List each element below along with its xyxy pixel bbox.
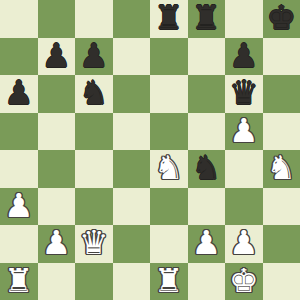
square-a6[interactable]: ♟ — [0, 75, 38, 113]
square-h8[interactable]: ♚ — [263, 0, 301, 38]
square-f7[interactable] — [188, 38, 226, 76]
square-d6[interactable] — [113, 75, 151, 113]
white-knight-icon[interactable]: ♞ — [266, 150, 296, 187]
square-b8[interactable] — [38, 0, 76, 38]
square-c7[interactable]: ♟ — [75, 38, 113, 76]
black-knight-icon[interactable]: ♞ — [191, 150, 221, 187]
square-b5[interactable] — [38, 113, 76, 151]
square-h5[interactable] — [263, 113, 301, 151]
black-pawn-icon[interactable]: ♟ — [229, 38, 259, 75]
white-pawn-icon[interactable]: ♟ — [229, 113, 259, 150]
square-f3[interactable] — [188, 188, 226, 226]
square-c3[interactable] — [75, 188, 113, 226]
square-a5[interactable] — [0, 113, 38, 151]
white-knight-icon[interactable]: ♞ — [154, 150, 184, 187]
black-pawn-icon[interactable]: ♟ — [79, 38, 109, 75]
white-pawn-icon[interactable]: ♟ — [191, 225, 221, 262]
square-b2[interactable]: ♟ — [38, 225, 76, 263]
square-g8[interactable] — [225, 0, 263, 38]
square-f1[interactable] — [188, 263, 226, 300]
black-pawn-icon[interactable]: ♟ — [41, 38, 71, 75]
square-b3[interactable] — [38, 188, 76, 226]
square-d5[interactable] — [113, 113, 151, 151]
square-h4[interactable]: ♞ — [263, 150, 301, 188]
square-b4[interactable] — [38, 150, 76, 188]
square-a7[interactable] — [0, 38, 38, 76]
black-knight-icon[interactable]: ♞ — [79, 75, 109, 112]
square-h3[interactable] — [263, 188, 301, 226]
square-c1[interactable] — [75, 263, 113, 300]
square-d4[interactable] — [113, 150, 151, 188]
square-f6[interactable] — [188, 75, 226, 113]
square-e3[interactable] — [150, 188, 188, 226]
square-g2[interactable]: ♟ — [225, 225, 263, 263]
white-rook-icon[interactable]: ♜ — [154, 263, 184, 300]
black-pawn-icon[interactable]: ♟ — [4, 75, 34, 112]
square-g1[interactable]: ♚ — [225, 263, 263, 300]
square-g5[interactable]: ♟ — [225, 113, 263, 151]
white-pawn-icon[interactable]: ♟ — [41, 225, 71, 262]
square-g7[interactable]: ♟ — [225, 38, 263, 76]
square-a3[interactable]: ♟ — [0, 188, 38, 226]
square-a8[interactable] — [0, 0, 38, 38]
square-e8[interactable]: ♜ — [150, 0, 188, 38]
square-e1[interactable]: ♜ — [150, 263, 188, 300]
square-a4[interactable] — [0, 150, 38, 188]
square-c4[interactable] — [75, 150, 113, 188]
black-queen-icon[interactable]: ♛ — [229, 75, 259, 112]
square-f2[interactable]: ♟ — [188, 225, 226, 263]
chess-board-container: ♜♜♚♟♟♟♟♞♛♟♞♞♞♟♟♛♟♟♜♜♚ — [0, 0, 300, 300]
square-f8[interactable]: ♜ — [188, 0, 226, 38]
white-pawn-icon[interactable]: ♟ — [229, 225, 259, 262]
white-queen-icon[interactable]: ♛ — [79, 225, 109, 262]
square-a1[interactable]: ♜ — [0, 263, 38, 300]
square-g3[interactable] — [225, 188, 263, 226]
white-pawn-icon[interactable]: ♟ — [4, 188, 34, 225]
square-a2[interactable] — [0, 225, 38, 263]
square-c6[interactable]: ♞ — [75, 75, 113, 113]
square-c5[interactable] — [75, 113, 113, 151]
square-b1[interactable] — [38, 263, 76, 300]
chess-board: ♜♜♚♟♟♟♟♞♛♟♞♞♞♟♟♛♟♟♜♜♚ — [0, 0, 300, 300]
square-g6[interactable]: ♛ — [225, 75, 263, 113]
square-d2[interactable] — [113, 225, 151, 263]
square-e4[interactable]: ♞ — [150, 150, 188, 188]
white-rook-icon[interactable]: ♜ — [4, 263, 34, 300]
square-f5[interactable] — [188, 113, 226, 151]
square-h2[interactable] — [263, 225, 301, 263]
square-c2[interactable]: ♛ — [75, 225, 113, 263]
square-h1[interactable] — [263, 263, 301, 300]
square-g4[interactable] — [225, 150, 263, 188]
black-king-icon[interactable]: ♚ — [266, 0, 296, 37]
square-e6[interactable] — [150, 75, 188, 113]
square-f4[interactable]: ♞ — [188, 150, 226, 188]
square-e5[interactable] — [150, 113, 188, 151]
square-c8[interactable] — [75, 0, 113, 38]
white-king-icon[interactable]: ♚ — [229, 263, 259, 300]
square-b6[interactable] — [38, 75, 76, 113]
square-d3[interactable] — [113, 188, 151, 226]
square-b7[interactable]: ♟ — [38, 38, 76, 76]
square-d8[interactable] — [113, 0, 151, 38]
square-e7[interactable] — [150, 38, 188, 76]
square-d1[interactable] — [113, 263, 151, 300]
black-rook-icon[interactable]: ♜ — [154, 0, 184, 37]
square-h7[interactable] — [263, 38, 301, 76]
square-e2[interactable] — [150, 225, 188, 263]
black-rook-icon[interactable]: ♜ — [191, 0, 221, 37]
square-d7[interactable] — [113, 38, 151, 76]
square-h6[interactable] — [263, 75, 301, 113]
